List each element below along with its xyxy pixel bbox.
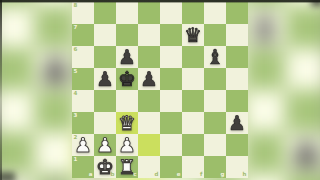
square-b5[interactable]: ♟ [94, 68, 116, 90]
square-b2[interactable]: ♟ [94, 134, 116, 156]
frame-corner-smudge-top-right [311, 0, 320, 6]
square-a6 [0, 6, 35, 48]
square-h6 [285, 6, 320, 48]
square-e3[interactable] [160, 112, 182, 134]
square-e7[interactable] [160, 24, 182, 46]
file-label-h: h [243, 172, 247, 178]
square-b6[interactable] [94, 46, 116, 68]
file-label-f: f [200, 172, 202, 178]
square-f8[interactable] [182, 2, 204, 24]
square-a3[interactable]: 3 [72, 112, 94, 134]
frame-corner-smudge-bottom-left [0, 172, 15, 180]
square-h5[interactable] [226, 68, 248, 90]
frame-top-edge [0, 0, 320, 3]
square-g3[interactable] [204, 112, 226, 134]
square-f6[interactable] [182, 46, 204, 68]
square-a2[interactable]: 2♟ [72, 134, 94, 156]
square-c6[interactable]: ♟ [116, 46, 138, 68]
frame-left-edge [0, 0, 2, 180]
square-c3[interactable]: ♛ [116, 112, 138, 134]
rank-label-6: 6 [74, 47, 78, 53]
square-g2[interactable] [204, 134, 226, 156]
square-b7[interactable] [94, 24, 116, 46]
square-a7[interactable]: 7 [72, 24, 94, 46]
square-f1[interactable]: f [182, 156, 204, 178]
square-b5: ♟ [35, 48, 77, 90]
file-label-e: e [177, 172, 181, 178]
square-h5 [285, 48, 320, 90]
piece-black-pawn-c6[interactable]: ♟ [116, 46, 138, 68]
piece-white-pawn-c2[interactable]: ♟ [116, 134, 138, 156]
square-g2 [244, 174, 286, 180]
square-f2[interactable] [182, 134, 204, 156]
square-c8[interactable] [116, 2, 138, 24]
square-g5[interactable] [204, 68, 226, 90]
square-b6 [35, 6, 77, 48]
square-g1[interactable]: g [204, 156, 226, 178]
piece-black-bishop-g6: ♝ [244, 6, 286, 48]
square-a4[interactable]: 4 [72, 90, 94, 112]
square-h3[interactable]: ♟ [226, 112, 248, 134]
piece-black-pawn-h3: ♟ [285, 132, 320, 174]
square-h7[interactable] [226, 24, 248, 46]
rank-label-8: 8 [74, 3, 78, 9]
square-d4[interactable] [138, 90, 160, 112]
square-e1[interactable]: e [160, 156, 182, 178]
square-h4[interactable] [226, 90, 248, 112]
square-b8[interactable] [94, 2, 116, 24]
square-d2[interactable] [138, 134, 160, 156]
square-d5[interactable]: ♟ [138, 68, 160, 90]
square-g5 [244, 48, 286, 90]
square-a8[interactable]: 8 [72, 2, 94, 24]
square-g6[interactable]: ♝ [204, 46, 226, 68]
rank-label-3: 3 [74, 113, 78, 119]
square-b3[interactable] [94, 112, 116, 134]
square-d6[interactable] [138, 46, 160, 68]
square-h6[interactable] [226, 46, 248, 68]
square-a1[interactable]: 1a [72, 156, 94, 178]
piece-white-pawn-b2[interactable]: ♟ [94, 134, 116, 156]
square-e2[interactable] [160, 134, 182, 156]
piece-black-queen-f7[interactable]: ♛ [182, 24, 204, 46]
square-c1[interactable]: c♜ [116, 156, 138, 178]
chess-board[interactable]: 87♛6♟♝5♟♚♟43♛♟2♟♟♟1ab♚c♜defgh [72, 2, 248, 178]
square-g6: ♝ [244, 6, 286, 48]
piece-black-pawn-b5[interactable]: ♟ [94, 68, 116, 90]
square-d1[interactable]: d [138, 156, 160, 178]
square-h4 [285, 90, 320, 132]
piece-black-pawn-h3[interactable]: ♟ [226, 112, 248, 134]
square-g4 [244, 90, 286, 132]
file-label-g: g [221, 172, 225, 178]
square-h3: ♟ [285, 132, 320, 174]
square-b2: ♟ [35, 174, 77, 180]
square-a3 [0, 132, 35, 174]
square-h1[interactable]: h [226, 156, 248, 178]
square-e6[interactable] [160, 46, 182, 68]
square-b4 [35, 90, 77, 132]
square-f3[interactable] [182, 112, 204, 134]
square-g7[interactable] [204, 24, 226, 46]
file-label-d: d [155, 172, 159, 178]
square-g3 [244, 132, 286, 174]
piece-white-pawn-a2[interactable]: ♟ [72, 134, 94, 156]
square-c4[interactable] [116, 90, 138, 112]
piece-white-queen-c3[interactable]: ♛ [116, 112, 138, 134]
square-h2 [285, 174, 320, 180]
square-b4[interactable] [94, 90, 116, 112]
square-g8[interactable] [204, 2, 226, 24]
square-c7[interactable] [116, 24, 138, 46]
square-c2[interactable]: ♟ [116, 134, 138, 156]
square-a5[interactable]: 5 [72, 68, 94, 90]
piece-white-pawn-b2: ♟ [35, 174, 77, 180]
rank-label-7: 7 [74, 25, 78, 31]
square-b1[interactable]: b♚ [94, 156, 116, 178]
square-g4[interactable] [204, 90, 226, 112]
square-e4[interactable] [160, 90, 182, 112]
square-b3 [35, 132, 77, 174]
square-h2[interactable] [226, 134, 248, 156]
video-frame: ♛♟♝♟♚♟♛♟♟♟♟♚♜ 87♛6♟♝5♟♚♟43♛♟2♟♟♟1ab♚c♜de… [0, 0, 320, 180]
piece-black-pawn-d5[interactable]: ♟ [138, 68, 160, 90]
piece-white-rook-c1[interactable]: ♜ [116, 156, 138, 178]
square-e8[interactable] [160, 2, 182, 24]
piece-black-pawn-b5: ♟ [35, 48, 77, 90]
square-d3[interactable] [138, 112, 160, 134]
piece-black-bishop-g6[interactable]: ♝ [204, 46, 226, 68]
file-label-a: a [89, 172, 93, 178]
square-d7[interactable] [138, 24, 160, 46]
square-d8[interactable] [138, 2, 160, 24]
square-a4 [0, 90, 35, 132]
rank-label-4: 4 [74, 91, 78, 97]
piece-white-king-b1[interactable]: ♚ [94, 156, 116, 178]
square-c5[interactable]: ♚ [116, 68, 138, 90]
piece-black-king-c5[interactable]: ♚ [116, 68, 138, 90]
square-f5[interactable] [182, 68, 204, 90]
square-a5 [0, 48, 35, 90]
rank-label-5: 5 [74, 69, 78, 75]
square-a6[interactable]: 6 [72, 46, 94, 68]
rank-label-1: 1 [74, 157, 78, 163]
square-e5[interactable] [160, 68, 182, 90]
square-f4[interactable] [182, 90, 204, 112]
square-f7[interactable]: ♛ [182, 24, 204, 46]
square-h8[interactable] [226, 2, 248, 24]
